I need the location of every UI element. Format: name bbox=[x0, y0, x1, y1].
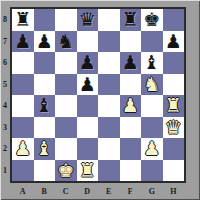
square-c8[interactable] bbox=[55, 9, 77, 31]
square-b5[interactable] bbox=[34, 74, 56, 96]
square-g1[interactable] bbox=[141, 160, 163, 182]
square-f1[interactable] bbox=[120, 160, 142, 182]
file-label-f: F bbox=[120, 184, 142, 198]
square-b3[interactable] bbox=[34, 117, 56, 139]
file-labels: ABCDEFGH bbox=[12, 184, 184, 198]
white-pawn-g2-piece[interactable]: ♟ bbox=[143, 138, 160, 160]
square-d5[interactable]: ♟ bbox=[77, 74, 99, 96]
black-bishop-g6-piece[interactable]: ♝ bbox=[143, 52, 160, 74]
black-queen-d8-piece[interactable]: ♛ bbox=[79, 9, 96, 31]
white-rook-h4-piece[interactable]: ♜ bbox=[165, 95, 182, 117]
square-b2[interactable]: ♝ bbox=[34, 138, 56, 160]
black-pawn-b7-piece[interactable]: ♟ bbox=[36, 31, 53, 53]
black-pawn-d5-piece[interactable]: ♟ bbox=[79, 74, 96, 96]
square-g4[interactable] bbox=[141, 95, 163, 117]
black-bishop-b4-piece[interactable]: ♝ bbox=[36, 95, 53, 117]
square-a1[interactable] bbox=[12, 160, 34, 182]
square-g2[interactable]: ♟ bbox=[141, 138, 163, 160]
square-d7[interactable] bbox=[77, 31, 99, 53]
square-c3[interactable] bbox=[55, 117, 77, 139]
rank-label-5: 5 bbox=[0, 74, 10, 96]
square-b6[interactable] bbox=[34, 52, 56, 74]
square-f2[interactable] bbox=[120, 138, 142, 160]
white-knight-g5-piece[interactable]: ♞ bbox=[143, 74, 160, 96]
chess-board: ♜♛♜♚♟♟♞♟♟♟♝♟♞♝♟♜♛♟♝♟♚♜ bbox=[10, 7, 186, 183]
square-e2[interactable] bbox=[98, 138, 120, 160]
square-d2[interactable] bbox=[77, 138, 99, 160]
square-f7[interactable] bbox=[120, 31, 142, 53]
square-b7[interactable]: ♟ bbox=[34, 31, 56, 53]
black-pawn-f6-piece[interactable]: ♟ bbox=[122, 52, 139, 74]
square-f8[interactable]: ♜ bbox=[120, 9, 142, 31]
rank-label-8: 8 bbox=[0, 9, 10, 31]
black-rook-a8-piece[interactable]: ♜ bbox=[14, 9, 31, 31]
black-knight-c7-piece[interactable]: ♞ bbox=[57, 31, 74, 53]
file-label-h: H bbox=[163, 184, 185, 198]
square-g3[interactable] bbox=[141, 117, 163, 139]
square-f6[interactable]: ♟ bbox=[120, 52, 142, 74]
square-e3[interactable] bbox=[98, 117, 120, 139]
rank-label-3: 3 bbox=[0, 117, 10, 139]
square-a8[interactable]: ♜ bbox=[12, 9, 34, 31]
square-c2[interactable] bbox=[55, 138, 77, 160]
square-b8[interactable] bbox=[34, 9, 56, 31]
square-e8[interactable] bbox=[98, 9, 120, 31]
square-h4[interactable]: ♜ bbox=[163, 95, 185, 117]
square-c7[interactable]: ♞ bbox=[55, 31, 77, 53]
rank-label-6: 6 bbox=[0, 52, 10, 74]
square-d4[interactable] bbox=[77, 95, 99, 117]
square-h5[interactable] bbox=[163, 74, 185, 96]
square-a7[interactable]: ♟ bbox=[12, 31, 34, 53]
square-d3[interactable] bbox=[77, 117, 99, 139]
rank-label-4: 4 bbox=[0, 95, 10, 117]
rank-label-2: 2 bbox=[0, 138, 10, 160]
file-label-d: D bbox=[77, 184, 99, 198]
square-h2[interactable] bbox=[163, 138, 185, 160]
square-a3[interactable] bbox=[12, 117, 34, 139]
square-d6[interactable]: ♟ bbox=[77, 52, 99, 74]
square-h8[interactable] bbox=[163, 9, 185, 31]
rank-label-1: 1 bbox=[0, 160, 10, 182]
square-e5[interactable] bbox=[98, 74, 120, 96]
square-d8[interactable]: ♛ bbox=[77, 9, 99, 31]
square-g7[interactable] bbox=[141, 31, 163, 53]
white-pawn-a2-piece[interactable]: ♟ bbox=[14, 138, 31, 160]
file-label-g: G bbox=[141, 184, 163, 198]
square-c5[interactable] bbox=[55, 74, 77, 96]
square-e7[interactable] bbox=[98, 31, 120, 53]
square-h3[interactable]: ♛ bbox=[163, 117, 185, 139]
white-pawn-f4-piece[interactable]: ♟ bbox=[122, 95, 139, 117]
square-a6[interactable] bbox=[12, 52, 34, 74]
square-f3[interactable] bbox=[120, 117, 142, 139]
white-rook-d1-piece[interactable]: ♜ bbox=[79, 160, 96, 182]
square-e4[interactable] bbox=[98, 95, 120, 117]
square-b4[interactable]: ♝ bbox=[34, 95, 56, 117]
square-h6[interactable] bbox=[163, 52, 185, 74]
square-h7[interactable]: ♟ bbox=[163, 31, 185, 53]
rank-label-7: 7 bbox=[0, 31, 10, 53]
square-c4[interactable] bbox=[55, 95, 77, 117]
white-king-c1-piece[interactable]: ♚ bbox=[57, 160, 74, 182]
file-label-a: A bbox=[12, 184, 34, 198]
white-bishop-b2-piece[interactable]: ♝ bbox=[36, 138, 53, 160]
square-b1[interactable] bbox=[34, 160, 56, 182]
white-queen-h3-piece[interactable]: ♛ bbox=[165, 117, 182, 139]
square-g8[interactable]: ♚ bbox=[141, 9, 163, 31]
square-e1[interactable] bbox=[98, 160, 120, 182]
chess-app-window: 87654321 ♜♛♜♚♟♟♞♟♟♟♝♟♞♝♟♜♛♟♝♟♚♜ ABCDEFGH bbox=[0, 0, 200, 200]
square-f5[interactable] bbox=[120, 74, 142, 96]
black-pawn-d6-piece[interactable]: ♟ bbox=[79, 52, 96, 74]
square-h1[interactable] bbox=[163, 160, 185, 182]
black-rook-f8-piece[interactable]: ♜ bbox=[122, 9, 139, 31]
square-g6[interactable]: ♝ bbox=[141, 52, 163, 74]
square-c1[interactable]: ♚ bbox=[55, 160, 77, 182]
square-a2[interactable]: ♟ bbox=[12, 138, 34, 160]
rank-labels: 87654321 bbox=[0, 9, 10, 181]
square-g5[interactable]: ♞ bbox=[141, 74, 163, 96]
black-pawn-a7-piece[interactable]: ♟ bbox=[14, 31, 31, 53]
square-e6[interactable] bbox=[98, 52, 120, 74]
square-a4[interactable] bbox=[12, 95, 34, 117]
square-f4[interactable]: ♟ bbox=[120, 95, 142, 117]
black-king-g8-piece[interactable]: ♚ bbox=[143, 9, 160, 31]
file-label-e: E bbox=[98, 184, 120, 198]
black-pawn-h7-piece[interactable]: ♟ bbox=[165, 31, 182, 53]
square-a5[interactable] bbox=[12, 74, 34, 96]
file-label-b: B bbox=[34, 184, 56, 198]
file-label-c: C bbox=[55, 184, 77, 198]
square-d1[interactable]: ♜ bbox=[77, 160, 99, 182]
square-c6[interactable] bbox=[55, 52, 77, 74]
